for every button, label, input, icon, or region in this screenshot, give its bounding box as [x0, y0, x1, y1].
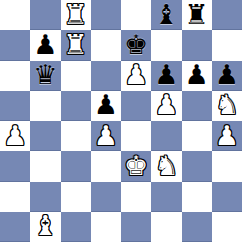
square-c8[interactable]: ♜	[61, 0, 91, 30]
square-e3[interactable]: ♚	[121, 151, 151, 181]
square-f5[interactable]: ♟	[151, 91, 181, 121]
square-b8[interactable]	[30, 0, 60, 30]
square-b1[interactable]: ♝	[30, 212, 60, 242]
black-bishop-icon: ♝	[154, 1, 178, 28]
square-e8[interactable]	[121, 0, 151, 30]
square-g4[interactable]	[182, 121, 212, 151]
square-a8[interactable]	[0, 0, 30, 30]
square-g1[interactable]	[182, 212, 212, 242]
square-a3[interactable]	[0, 151, 30, 181]
white-knight-icon: ♞	[215, 91, 239, 118]
square-h4[interactable]: ♟	[212, 121, 242, 151]
white-king-icon: ♚	[124, 152, 148, 179]
square-b4[interactable]	[30, 121, 60, 151]
square-h3[interactable]	[212, 151, 242, 181]
square-c5[interactable]	[61, 91, 91, 121]
white-pawn-icon: ♟	[215, 122, 239, 149]
square-c3[interactable]	[61, 151, 91, 181]
square-h6[interactable]: ♟	[212, 61, 242, 91]
white-rook-icon: ♜	[64, 1, 88, 28]
white-bishop-icon: ♝	[33, 212, 57, 239]
square-f1[interactable]	[151, 212, 181, 242]
white-pawn-icon: ♟	[154, 91, 178, 118]
square-h2[interactable]	[212, 182, 242, 212]
white-rook-icon: ♜	[64, 31, 88, 58]
square-e2[interactable]	[121, 182, 151, 212]
square-f7[interactable]	[151, 30, 181, 60]
square-g2[interactable]	[182, 182, 212, 212]
white-knight-icon: ♞	[154, 152, 178, 179]
square-a5[interactable]	[0, 91, 30, 121]
square-e7[interactable]: ♚	[121, 30, 151, 60]
square-b3[interactable]	[30, 151, 60, 181]
square-a2[interactable]	[0, 182, 30, 212]
black-rook-icon: ♜	[185, 1, 209, 28]
square-g5[interactable]	[182, 91, 212, 121]
square-c7[interactable]: ♜	[61, 30, 91, 60]
square-c1[interactable]	[61, 212, 91, 242]
square-a4[interactable]: ♟	[0, 121, 30, 151]
square-h1[interactable]	[212, 212, 242, 242]
square-f4[interactable]	[151, 121, 181, 151]
square-h8[interactable]	[212, 0, 242, 30]
square-h7[interactable]	[212, 30, 242, 60]
square-d2[interactable]	[91, 182, 121, 212]
black-pawn-icon: ♟	[185, 61, 209, 88]
square-a7[interactable]	[0, 30, 30, 60]
square-d5[interactable]: ♟	[91, 91, 121, 121]
square-c2[interactable]	[61, 182, 91, 212]
square-d8[interactable]	[91, 0, 121, 30]
white-pawn-icon: ♟	[3, 122, 27, 149]
square-b7[interactable]: ♟	[30, 30, 60, 60]
black-pawn-icon: ♟	[33, 31, 57, 58]
black-pawn-icon: ♟	[94, 91, 118, 118]
white-pawn-icon: ♟	[124, 61, 148, 88]
square-f8[interactable]: ♝	[151, 0, 181, 30]
square-e4[interactable]	[121, 121, 151, 151]
square-a1[interactable]	[0, 212, 30, 242]
square-b6[interactable]: ♛	[30, 61, 60, 91]
square-g8[interactable]: ♜	[182, 0, 212, 30]
black-king-icon: ♚	[124, 31, 148, 58]
square-f6[interactable]: ♟	[151, 61, 181, 91]
square-g3[interactable]	[182, 151, 212, 181]
square-e1[interactable]	[121, 212, 151, 242]
square-c4[interactable]	[61, 121, 91, 151]
white-pawn-icon: ♟	[94, 122, 118, 149]
square-b5[interactable]	[30, 91, 60, 121]
square-e5[interactable]	[121, 91, 151, 121]
square-h5[interactable]: ♞	[212, 91, 242, 121]
square-f2[interactable]	[151, 182, 181, 212]
square-d6[interactable]	[91, 61, 121, 91]
black-queen-icon: ♛	[33, 61, 57, 88]
square-d3[interactable]	[91, 151, 121, 181]
black-pawn-icon: ♟	[215, 61, 239, 88]
square-c6[interactable]	[61, 61, 91, 91]
square-a6[interactable]	[0, 61, 30, 91]
square-g6[interactable]: ♟	[182, 61, 212, 91]
square-d4[interactable]: ♟	[91, 121, 121, 151]
square-b2[interactable]	[30, 182, 60, 212]
square-d1[interactable]	[91, 212, 121, 242]
square-f3[interactable]: ♞	[151, 151, 181, 181]
black-pawn-icon: ♟	[154, 61, 178, 88]
square-e6[interactable]: ♟	[121, 61, 151, 91]
square-g7[interactable]	[182, 30, 212, 60]
chess-board: ♜♝♜♟♜♚♛♟♟♟♟♟♟♞♟♟♟♚♞♝	[0, 0, 242, 242]
square-d7[interactable]	[91, 30, 121, 60]
